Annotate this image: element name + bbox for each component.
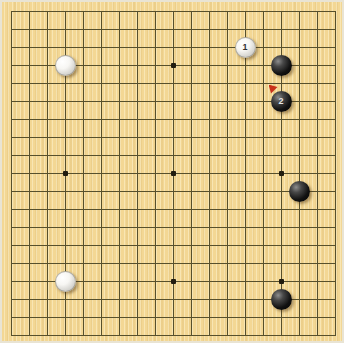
star-point	[279, 171, 284, 176]
last-move-marker-icon	[269, 85, 278, 94]
star-point	[279, 279, 284, 284]
go-board[interactable]: 12	[0, 0, 344, 343]
stone-black-q16[interactable]	[271, 55, 292, 76]
stone-white-d4[interactable]	[55, 271, 76, 292]
stone-black-q14[interactable]: 2	[271, 91, 292, 112]
star-point	[171, 279, 176, 284]
star-point	[171, 171, 176, 176]
stone-white-d16[interactable]	[55, 55, 76, 76]
stone-black-r9[interactable]	[289, 181, 310, 202]
stone-white-o17[interactable]: 1	[235, 37, 256, 58]
stone-black-q3[interactable]	[271, 289, 292, 310]
star-point	[63, 171, 68, 176]
stone-move-number: 2	[278, 97, 283, 106]
stone-move-number: 1	[242, 43, 247, 52]
board-cell-grid: 12	[2, 2, 344, 343]
star-point	[171, 63, 176, 68]
